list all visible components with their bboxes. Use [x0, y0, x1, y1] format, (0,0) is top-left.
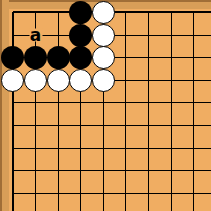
intersection-7-8: [137, 159, 160, 182]
point-label-a: a: [29, 29, 42, 42]
intersection-3-7: [47, 137, 70, 160]
white-stone: [69, 69, 92, 92]
intersection-6-5: [115, 92, 138, 115]
intersection-9-9: [182, 182, 205, 205]
grid-extension: [205, 92, 211, 115]
grid-extension: [205, 46, 211, 69]
intersection-7-6: [137, 114, 160, 137]
intersection-9-6: [182, 114, 205, 137]
intersection-1-8: [2, 159, 25, 182]
intersection-1-5: [2, 92, 25, 115]
intersection-2-2: a: [24, 24, 47, 47]
intersection-5-2: [92, 24, 115, 47]
black-stone: [69, 24, 92, 47]
black-stone: [69, 1, 92, 24]
intersection-4-1: [69, 1, 92, 24]
intersection-1-4: [2, 69, 25, 92]
intersection-4-3: [69, 46, 92, 69]
intersection-5-3: [92, 46, 115, 69]
intersection-6-7: [115, 137, 138, 160]
intersection-2-1: [24, 1, 47, 24]
intersection-3-8: [47, 159, 70, 182]
intersection-3-2: [47, 24, 70, 47]
intersection-5-6: [92, 114, 115, 137]
intersection-4-5: [69, 92, 92, 115]
intersection-7-1: [137, 1, 160, 24]
intersection-1-1: [2, 1, 25, 24]
grid-extension: [137, 205, 160, 211]
grid-extension: [69, 205, 92, 211]
black-stone: [24, 46, 47, 69]
intersection-6-8: [115, 159, 138, 182]
intersection-8-2: [160, 24, 183, 47]
black-stone: [69, 46, 92, 69]
intersection-2-5: [24, 92, 47, 115]
intersection-5-1: [92, 1, 115, 24]
intersection-2-3: [24, 46, 47, 69]
intersection-7-7: [137, 137, 160, 160]
intersection-5-4: [92, 69, 115, 92]
intersection-9-8: [182, 159, 205, 182]
grid-extension: [182, 205, 205, 211]
intersection-6-3: [115, 46, 138, 69]
white-stone: [47, 69, 70, 92]
intersection-9-1: [182, 1, 205, 24]
black-stone: [47, 46, 70, 69]
white-stone: [1, 69, 24, 92]
white-stone: [92, 46, 115, 69]
intersection-3-1: [47, 1, 70, 24]
intersection-4-2: [69, 24, 92, 47]
intersection-8-9: [160, 182, 183, 205]
intersection-3-9: [47, 182, 70, 205]
grid-extension: [205, 182, 211, 205]
intersection-1-9: [2, 182, 25, 205]
intersection-7-2: [137, 24, 160, 47]
grid-extension: [205, 137, 211, 160]
intersection-3-6: [47, 114, 70, 137]
grid-extension: [205, 114, 211, 137]
intersection-6-4: [115, 69, 138, 92]
intersection-5-8: [92, 159, 115, 182]
black-stone: [1, 46, 24, 69]
grid-extension: [205, 24, 211, 47]
intersection-7-4: [137, 69, 160, 92]
intersection-1-6: [2, 114, 25, 137]
intersection-8-7: [160, 137, 183, 160]
white-stone: [92, 69, 115, 92]
intersection-9-7: [182, 137, 205, 160]
grid-extension: [205, 1, 211, 24]
grid-extension: [205, 159, 211, 182]
intersection-8-8: [160, 159, 183, 182]
intersection-8-1: [160, 1, 183, 24]
intersection-3-5: [47, 92, 70, 115]
intersection-4-9: [69, 182, 92, 205]
intersection-8-4: [160, 69, 183, 92]
intersection-7-5: [137, 92, 160, 115]
grid-extension: [47, 205, 70, 211]
intersection-1-2: [2, 24, 25, 47]
intersection-7-9: [137, 182, 160, 205]
intersection-4-8: [69, 159, 92, 182]
intersection-4-4: [69, 69, 92, 92]
go-board: a: [0, 0, 211, 211]
go-grid: a: [2, 1, 211, 211]
white-stone: [24, 69, 47, 92]
white-stone: [92, 1, 115, 24]
intersection-6-2: [115, 24, 138, 47]
intersection-8-3: [160, 46, 183, 69]
intersection-1-3: [2, 46, 25, 69]
intersection-5-7: [92, 137, 115, 160]
intersection-2-8: [24, 159, 47, 182]
intersection-4-6: [69, 114, 92, 137]
intersection-1-7: [2, 137, 25, 160]
grid-extension: [24, 205, 47, 211]
grid-extension: [115, 205, 138, 211]
grid-extension: [92, 205, 115, 211]
intersection-5-5: [92, 92, 115, 115]
intersection-2-4: [24, 69, 47, 92]
intersection-9-5: [182, 92, 205, 115]
intersection-8-5: [160, 92, 183, 115]
intersection-9-4: [182, 69, 205, 92]
white-stone: [92, 24, 115, 47]
intersection-4-7: [69, 137, 92, 160]
grid-extension: [160, 205, 183, 211]
intersection-6-6: [115, 114, 138, 137]
intersection-6-9: [115, 182, 138, 205]
intersection-2-9: [24, 182, 47, 205]
intersection-5-9: [92, 182, 115, 205]
intersection-8-6: [160, 114, 183, 137]
intersection-2-6: [24, 114, 47, 137]
grid-extension: [205, 205, 211, 211]
intersection-6-1: [115, 1, 138, 24]
intersection-7-3: [137, 46, 160, 69]
intersection-9-3: [182, 46, 205, 69]
intersection-9-2: [182, 24, 205, 47]
grid-extension: [205, 69, 211, 92]
intersection-3-3: [47, 46, 70, 69]
grid-extension: [2, 205, 25, 211]
intersection-3-4: [47, 69, 70, 92]
intersection-2-7: [24, 137, 47, 160]
